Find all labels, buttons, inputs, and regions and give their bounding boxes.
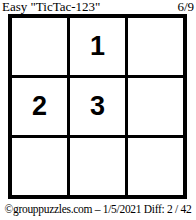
board: 1 2 3 [8, 14, 187, 199]
cell-r3c1[interactable] [12, 138, 67, 195]
progress-counter: 6/9 [177, 0, 194, 14]
cell-r1c1[interactable] [12, 18, 67, 75]
header: Easy "TicTac-123" 6/9 [0, 0, 196, 14]
cell-r2c3[interactable] [128, 78, 183, 135]
cell-r1c2: 1 [70, 18, 125, 75]
cell-r2c2: 3 [70, 78, 125, 135]
credit-line: ©grouppuzzles.com – 1/5/2021 Diff: 2 / 4… [0, 202, 196, 216]
cell-r2c1: 2 [12, 78, 67, 135]
cell-r3c2[interactable] [70, 138, 125, 195]
cell-r1c3[interactable] [128, 18, 183, 75]
puzzle-page: Easy "TicTac-123" 6/9 1 2 3 ©grouppuzzle… [0, 0, 196, 220]
cell-r3c3[interactable] [128, 138, 183, 195]
puzzle-title: Easy "TicTac-123" [2, 0, 100, 14]
